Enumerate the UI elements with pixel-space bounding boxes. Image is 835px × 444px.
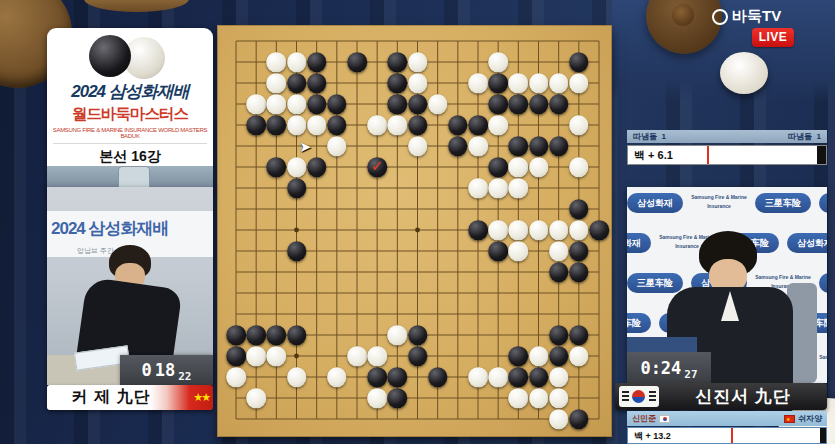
right-clock-seconds: 27 [684, 368, 697, 381]
black-stone [388, 52, 408, 72]
sponsor-tile: 三星车险 [755, 193, 811, 213]
black-stone [267, 325, 287, 345]
left-clock-hours: 0 [142, 360, 152, 380]
black-stone [408, 94, 428, 114]
white-stone [488, 178, 508, 198]
kr-trigram [649, 391, 656, 393]
white-stone [509, 388, 529, 408]
white-stone [367, 388, 387, 408]
white-stone [529, 220, 549, 240]
black-stone [488, 157, 508, 177]
black-stone [529, 136, 549, 156]
next-score-black-segment [820, 428, 826, 443]
black-stone [549, 94, 569, 114]
white-stone [488, 115, 508, 135]
live-badge: LIVE [752, 28, 794, 47]
left-banner-text: 2024 삼성화재배 [51, 217, 213, 240]
sponsor-tile: 三星车险 [819, 273, 827, 293]
black-stone [347, 52, 367, 72]
black-stone [569, 199, 589, 219]
next-match-score-bar: 백 + 13.2 [627, 427, 827, 444]
white-stone [549, 220, 569, 240]
white-stone [569, 115, 589, 135]
left-clock-seconds: 22 [178, 370, 191, 383]
black-stone [488, 73, 508, 93]
black-stone [549, 325, 569, 345]
go-board: ✓ [217, 25, 612, 437]
black-stone [448, 136, 468, 156]
black-stone [549, 136, 569, 156]
white-stone [367, 346, 387, 366]
black-stone [509, 367, 529, 387]
kr-trigram [622, 391, 629, 393]
white-stone [549, 241, 569, 261]
black-stone [307, 52, 327, 72]
black-stone [468, 115, 488, 135]
black-stone [428, 367, 448, 387]
kr-trigram [649, 395, 656, 397]
next-score-marker [731, 428, 733, 443]
sponsor-tile: 삼성화재 [819, 193, 827, 213]
broadcast-frame: 바둑TV LIVE ✓ ➤ 2024 삼성화재배 월드바둑마스터스 SAMSUN… [0, 0, 835, 444]
divider [53, 143, 207, 144]
white-stone [246, 388, 266, 408]
white-stone [408, 52, 428, 72]
white-stone [408, 73, 428, 93]
taegeuk-icon [632, 390, 645, 403]
black-stone [307, 73, 327, 93]
white-stone [267, 346, 287, 366]
event-title-line2: 월드바둑마스터스 [51, 104, 209, 125]
white-stone [488, 52, 508, 72]
black-stone [509, 346, 529, 366]
event-subtitle: SAMSUNG FIRE & MARINE INSURANCE WORLD MA… [51, 127, 209, 139]
right-clock-hm: 0:24 [640, 358, 681, 378]
left-player-name: 커 제 九단 [47, 387, 175, 408]
left-player-clock: 0 18 22 [120, 355, 213, 385]
right-player-name: 신진서 九단 [659, 385, 827, 408]
black-stone [388, 388, 408, 408]
last-move-marker: ✓ [367, 156, 387, 176]
black-stone [569, 325, 589, 345]
white-stone [468, 136, 488, 156]
channel-logo-icon [712, 9, 728, 25]
white-stone [569, 157, 589, 177]
bowl-lid-knob [672, 4, 694, 26]
captures-left: 따냄돌 1 [633, 131, 666, 142]
white-stone [569, 220, 589, 240]
white-stone [468, 178, 488, 198]
black-stone [569, 409, 589, 429]
black-stone [287, 241, 307, 261]
white-stone [307, 115, 327, 135]
kr-trigram [622, 399, 629, 401]
white-stone [226, 367, 246, 387]
event-title-line1: 2024 삼성화재배 [51, 80, 209, 103]
sponsor-tile: 三星车险 [627, 313, 651, 333]
black-stone [327, 94, 347, 114]
sponsor-tile: 삼성화재 [787, 233, 827, 253]
sponsor-tile: 삼성화재 [627, 193, 683, 213]
white-stone [287, 52, 307, 72]
white-stone [569, 346, 589, 366]
black-stone: ✓ [367, 157, 387, 177]
black-stone [549, 346, 569, 366]
black-stone [367, 367, 387, 387]
black-stone [226, 325, 246, 345]
event-logo-stones [51, 34, 209, 78]
white-stone [267, 52, 287, 72]
white-stone [388, 325, 408, 345]
black-stone [488, 241, 508, 261]
sponsor-tile: 三星车险 [627, 273, 683, 293]
ai-score-text: 백 + 6.1 [634, 148, 673, 163]
round-label: 본선 16강 [51, 148, 209, 166]
black-stone [549, 262, 569, 282]
black-stone [529, 367, 549, 387]
black-stone [246, 115, 266, 135]
white-stone [488, 220, 508, 240]
white-stone [246, 346, 266, 366]
black-stone [287, 325, 307, 345]
black-stone-logo-icon [89, 35, 131, 77]
white-stone [549, 388, 569, 408]
black-stone [267, 157, 287, 177]
black-stone [408, 115, 428, 135]
left-player-nameplate: 커 제 九단 ★★ [47, 385, 213, 410]
white-stone [529, 157, 549, 177]
black-stone [468, 220, 488, 240]
white-stone [569, 73, 589, 93]
black-stone [529, 94, 549, 114]
next-match-left-player: 신민준 [632, 413, 670, 424]
white-stone [388, 115, 408, 135]
black-stone [509, 94, 529, 114]
white-stone [327, 136, 347, 156]
black-stone [307, 157, 327, 177]
white-stone [509, 178, 529, 198]
black-stone [569, 241, 589, 261]
kr-trigram [649, 399, 656, 401]
white-stone [287, 157, 307, 177]
next-match-row: 신민준 쉬자양 [627, 411, 827, 426]
score-black-segment [817, 146, 826, 164]
black-stone [287, 73, 307, 93]
white-stone [287, 115, 307, 135]
black-stone [267, 115, 287, 135]
sponsor-tile: 삼성화재 [627, 233, 651, 253]
next-match-score-text: 백 + 13.2 [634, 429, 671, 442]
black-stone [408, 325, 428, 345]
black-stone [388, 94, 408, 114]
white-stone [529, 73, 549, 93]
teacup [720, 52, 768, 94]
right-player-nameplate: 신진서 九단 [615, 383, 827, 410]
white-stone [549, 367, 569, 387]
black-stone [509, 136, 529, 156]
score-marker [707, 146, 709, 164]
white-stone [408, 136, 428, 156]
white-stone [488, 367, 508, 387]
black-stone [448, 115, 468, 135]
channel-logo: 바둑TV [712, 7, 781, 26]
white-stone [287, 94, 307, 114]
captures-row: 따냄돌 1 따냄돌 1 [627, 130, 827, 143]
white-stone [529, 388, 549, 408]
white-stone [267, 73, 287, 93]
white-stone [509, 73, 529, 93]
black-stone [246, 325, 266, 345]
white-stone [549, 73, 569, 93]
mouse-cursor: ➤ [299, 138, 312, 156]
china-flag: ★★ [175, 391, 213, 404]
white-stone [287, 367, 307, 387]
black-stone [388, 367, 408, 387]
right-player-clock: 0:24 27 [627, 352, 711, 383]
black-stone [589, 220, 609, 240]
sponsor-tile: Samsung Fire & Marine Insurance [691, 193, 747, 213]
white-stone [327, 367, 347, 387]
korea-flag [619, 386, 659, 407]
microphone [118, 166, 150, 189]
white-stone [549, 409, 569, 429]
white-stone [367, 115, 387, 135]
white-stone [529, 346, 549, 366]
black-stone [287, 178, 307, 198]
white-stone [347, 346, 367, 366]
black-stone [327, 115, 347, 135]
wooden-bowl-rim-top [84, 0, 189, 12]
white-stone [246, 94, 266, 114]
next-match-right-player: 쉬자양 [784, 413, 822, 424]
black-stone [569, 262, 589, 282]
black-stone [569, 52, 589, 72]
black-stone [307, 94, 327, 114]
korea-mini-flag [659, 415, 670, 423]
white-stone [509, 241, 529, 261]
channel-name: 바둑TV [732, 7, 781, 26]
white-stone [468, 367, 488, 387]
white-stone [509, 220, 529, 240]
black-stone [388, 73, 408, 93]
kr-trigram [622, 395, 629, 397]
captures-right: 따냄돌 1 [788, 131, 821, 142]
sponsor-tile: Samsung Fire & Marine Insurance [819, 353, 827, 373]
black-stone [488, 94, 508, 114]
white-stone [267, 94, 287, 114]
white-stone [468, 73, 488, 93]
white-stone [428, 94, 448, 114]
black-stone [226, 346, 246, 366]
white-stone [509, 157, 529, 177]
black-stone [408, 346, 428, 366]
china-mini-flag [784, 415, 795, 423]
left-clock-minutes: 18 [155, 360, 175, 380]
ai-score-bar: 백 + 6.1 [627, 145, 827, 165]
